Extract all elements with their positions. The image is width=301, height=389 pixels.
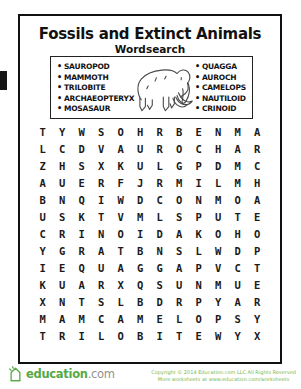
grid-cell: B — [131, 243, 151, 260]
word-label: TRILOBITE — [64, 83, 106, 92]
grid-cell: M — [209, 277, 229, 294]
grid-cell: K — [72, 208, 92, 225]
grid-cell: T — [228, 208, 248, 225]
grid-cell: E — [189, 123, 209, 140]
grid-cell: D — [228, 243, 248, 260]
grid-cell: I — [72, 225, 92, 242]
grid-cell: N — [150, 243, 170, 260]
word-item: •CAMELOPS — [195, 83, 246, 92]
bullet-icon: • — [57, 73, 62, 82]
grid-cell: L — [150, 208, 170, 225]
grid-cell: H — [228, 225, 248, 242]
grid-cell: Y — [248, 311, 268, 328]
grid-cell: A — [170, 260, 190, 277]
grid-cell: G — [53, 243, 73, 260]
word-label: MAMMOTH — [64, 73, 109, 82]
grid-cell: S — [53, 208, 73, 225]
word-label: QUAGGA — [202, 62, 237, 71]
grid-cell: P — [189, 294, 209, 311]
grid-cell: T — [72, 294, 92, 311]
grid-cell: Y — [209, 294, 229, 311]
grid-cell: A — [248, 191, 268, 208]
grid-cell: C — [150, 191, 170, 208]
word-item: •QUAGGA — [195, 62, 246, 71]
grid-cell: M — [72, 311, 92, 328]
bullet-icon: • — [195, 83, 200, 92]
grid-cell: V — [111, 208, 131, 225]
grid-cell: X — [248, 328, 268, 345]
grid-cell: N — [189, 277, 209, 294]
grid-cell: G — [150, 260, 170, 277]
grid-cell: Z — [33, 157, 53, 174]
grid-cell: W — [72, 123, 92, 140]
grid-cell: Y — [53, 123, 73, 140]
grid-cell: X — [33, 294, 53, 311]
grid-cell: M — [228, 123, 248, 140]
grid-cell: M — [209, 191, 229, 208]
grid-cell: P — [209, 311, 229, 328]
grid-cell: C — [92, 311, 112, 328]
word-label: CRINOID — [202, 104, 236, 113]
grid-cell: S — [150, 277, 170, 294]
grid-cell: C — [228, 260, 248, 277]
grid-cell: H — [248, 174, 268, 191]
grid-cell: W — [111, 191, 131, 208]
grid-cell: Y — [33, 243, 53, 260]
grid-cell: Q — [131, 277, 151, 294]
grid-cell: S — [228, 311, 248, 328]
grid-cell: Q — [72, 191, 92, 208]
grid-cell: A — [170, 225, 190, 242]
grid-cell: K — [111, 157, 131, 174]
grid-cell: A — [53, 311, 73, 328]
grid-cell: A — [33, 174, 53, 191]
grid-cell: U — [33, 208, 53, 225]
grid-cell: W — [209, 328, 229, 345]
grid-cell: R — [53, 225, 73, 242]
grid-cell: R — [150, 174, 170, 191]
word-list-right: •QUAGGA•AUROCH•CAMELOPS•NAUTILOID•CRINOI… — [195, 61, 246, 114]
education-logo-icon — [8, 366, 23, 382]
grid-cell: M — [131, 311, 151, 328]
grid-cell: U — [131, 140, 151, 157]
grid-cell: L — [189, 243, 209, 260]
grid-cell: M — [33, 311, 53, 328]
word-item: •AUROCH — [195, 73, 246, 82]
grid-cell: Y — [228, 328, 248, 345]
puzzle-frame: Fossils and Extinct Animals Wordsearch •… — [18, 14, 282, 364]
word-label: NAUTILOID — [202, 94, 246, 103]
education-logo: education.com — [8, 366, 115, 382]
word-item: •MOSASAUR — [57, 104, 133, 113]
grid-cell: I — [189, 174, 209, 191]
word-label: SAUROPOD — [64, 62, 110, 71]
word-item: •CRINOID — [195, 104, 246, 113]
word-item: •MAMMOTH — [57, 73, 133, 82]
mammoth-icon — [133, 62, 195, 114]
grid-cell: R — [53, 328, 73, 345]
grid-cell: N — [92, 225, 112, 242]
grid-cell: U — [228, 277, 248, 294]
grid-cell: T — [111, 243, 131, 260]
grid-cell: M — [228, 157, 248, 174]
grid-cell: K — [33, 277, 53, 294]
grid-cell: H — [209, 140, 229, 157]
grid-cell: Q — [72, 260, 92, 277]
grid-cell: G — [131, 260, 151, 277]
grid-cell: U — [53, 277, 73, 294]
grid-cell: M — [131, 208, 151, 225]
grid-cell: A — [228, 294, 248, 311]
grid-cell: N — [53, 191, 73, 208]
grid-cell: I — [131, 225, 151, 242]
grid-cell: M — [228, 174, 248, 191]
bullet-icon: • — [195, 94, 200, 103]
logo-text-secondary: .com — [88, 367, 115, 381]
grid-cell: O — [111, 123, 131, 140]
grid-cell: C — [248, 157, 268, 174]
grid-cell: E — [53, 260, 73, 277]
grid-cell: A — [111, 311, 131, 328]
grid-cell: R — [248, 294, 268, 311]
grid-cell: N — [189, 191, 209, 208]
grid-cell: T — [248, 260, 268, 277]
copyright-line1: Copyright © 2014 Education.com LLC All R… — [151, 369, 296, 376]
word-item: •NAUTILOID — [195, 94, 246, 103]
grid-cell: U — [131, 157, 151, 174]
grid-cell: D — [131, 191, 151, 208]
grid-cell: B — [131, 328, 151, 345]
grid-cell: J — [131, 174, 151, 191]
grid-cell: S — [72, 157, 92, 174]
grid-cell: W — [209, 243, 229, 260]
bullet-icon: • — [195, 73, 200, 82]
grid-cell: R — [248, 140, 268, 157]
grid-cell: S — [170, 208, 190, 225]
grid-cell: R — [92, 174, 112, 191]
grid-cell: H — [53, 157, 73, 174]
grid-cell: L — [170, 311, 190, 328]
grid-cell: E — [189, 328, 209, 345]
grid-cell: P — [189, 208, 209, 225]
grid-cell: E — [248, 208, 268, 225]
grid-cell: O — [111, 225, 131, 242]
grid-cell: L — [111, 294, 131, 311]
grid-cell: E — [150, 311, 170, 328]
grid-cell: O — [170, 140, 190, 157]
grid-cell: O — [228, 191, 248, 208]
grid-cell: X — [111, 277, 131, 294]
word-item: •TRILOBITE — [57, 83, 133, 92]
page-title: Fossils and Extinct Animals — [20, 25, 280, 43]
grid-cell: A — [111, 140, 131, 157]
grid-cell: H — [131, 123, 151, 140]
grid-cell: C — [189, 140, 209, 157]
grid-cell: O — [111, 328, 131, 345]
grid-cell: O — [248, 225, 268, 242]
word-label: CAMELOPS — [202, 83, 246, 92]
letter-grid: TYWSOHRBENMALCDVAUROCHARZHSXKULGPDMCAUER… — [33, 123, 267, 345]
grid-cell: M — [170, 174, 190, 191]
grid-cell: R — [92, 277, 112, 294]
mammoth-illustration — [133, 61, 195, 114]
grid-cell: A — [248, 123, 268, 140]
grid-cell: A — [228, 140, 248, 157]
grid-cell: V — [92, 140, 112, 157]
bullet-icon: • — [57, 83, 62, 92]
word-label: ARCHAEOPTERYX — [64, 94, 134, 103]
word-item: •ARCHAEOPTERYX — [57, 94, 133, 103]
grid-cell: A — [92, 243, 112, 260]
grid-cell: V — [209, 260, 229, 277]
grid-cell: L — [92, 328, 112, 345]
grid-cell: N — [53, 294, 73, 311]
grid-cell: I — [92, 191, 112, 208]
bullet-icon: • — [57, 94, 62, 103]
grid-cell: D — [72, 140, 92, 157]
word-item: •SAUROPOD — [57, 62, 133, 71]
word-label: AUROCH — [202, 73, 236, 82]
grid-cell: I — [150, 328, 170, 345]
grid-cell: F — [111, 174, 131, 191]
grid-cell: R — [72, 243, 92, 260]
grid-cell: D — [150, 294, 170, 311]
grid-cell: U — [53, 174, 73, 191]
grid-cell: E — [248, 277, 268, 294]
scan-artifact — [0, 71, 7, 90]
grid-cell: T — [92, 208, 112, 225]
grid-cell: K — [189, 225, 209, 242]
grid-cell: T — [33, 328, 53, 345]
grid-cell: N — [209, 123, 229, 140]
grid-cell: U — [170, 277, 190, 294]
grid-cell: P — [189, 157, 209, 174]
word-list-left: •SAUROPOD•MAMMOTH•TRILOBITE•ARCHAEOPTERY… — [57, 61, 133, 114]
grid-cell: X — [92, 157, 112, 174]
grid-cell: D — [209, 157, 229, 174]
grid-cell: I — [33, 260, 53, 277]
logo-text-primary: education — [26, 367, 88, 381]
grid-cell: T — [170, 328, 190, 345]
grid-cell: S — [170, 243, 190, 260]
grid-cell: G — [170, 157, 190, 174]
word-bank: •SAUROPOD•MAMMOTH•TRILOBITE•ARCHAEOPTERY… — [50, 56, 253, 119]
grid-cell: O — [170, 191, 190, 208]
grid-cell: S — [92, 123, 112, 140]
grid-cell: C — [33, 225, 53, 242]
copyright-text: Copyright © 2014 Education.com LLC All R… — [151, 369, 296, 383]
grid-cell: B — [131, 294, 151, 311]
grid-cell: T — [33, 123, 53, 140]
grid-cell: I — [72, 328, 92, 345]
grid-cell: C — [53, 140, 73, 157]
grid-cell: P — [189, 260, 209, 277]
grid-cell: U — [209, 208, 229, 225]
grid-cell: L — [150, 157, 170, 174]
grid-cell: R — [150, 140, 170, 157]
grid-cell: D — [150, 225, 170, 242]
grid-cell: O — [209, 225, 229, 242]
copyright-line2: More worksheets at www.education.com/wor… — [151, 376, 296, 383]
bullet-icon: • — [195, 62, 200, 71]
grid-cell: B — [33, 191, 53, 208]
grid-cell: U — [92, 260, 112, 277]
worksheet-page: Fossils and Extinct Animals Wordsearch •… — [0, 0, 301, 389]
grid-cell: S — [92, 294, 112, 311]
bullet-icon: • — [57, 104, 62, 113]
grid-cell: E — [72, 174, 92, 191]
bullet-icon: • — [195, 104, 200, 113]
grid-cell: B — [170, 123, 190, 140]
bullet-icon: • — [57, 62, 62, 71]
grid-cell: L — [33, 140, 53, 157]
grid-cell: O — [189, 311, 209, 328]
grid-cell: R — [150, 123, 170, 140]
grid-cell: A — [72, 277, 92, 294]
word-label: MOSASAUR — [64, 104, 110, 113]
grid-cell: A — [111, 260, 131, 277]
grid-cell: R — [170, 294, 190, 311]
grid-cell: P — [248, 243, 268, 260]
page-subtitle: Wordsearch — [20, 43, 280, 55]
grid-cell: L — [209, 174, 229, 191]
